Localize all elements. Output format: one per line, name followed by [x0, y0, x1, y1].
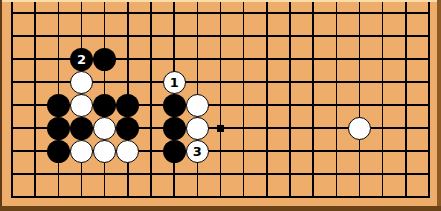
board-frame-top	[0, 0, 441, 2]
board-frame-bottom	[0, 206, 441, 211]
white-stone	[186, 117, 209, 140]
grid-line-vertical	[266, 0, 268, 198]
white-stone	[93, 117, 116, 140]
black-stone: 2	[70, 48, 93, 71]
grid-line-vertical	[243, 0, 245, 198]
grid-line-vertical	[312, 0, 314, 198]
board-frame-left	[0, 0, 2, 211]
move-number-label: 2	[77, 53, 86, 66]
black-stone	[93, 48, 116, 71]
grid-line-vertical	[34, 0, 36, 198]
move-number-label: 1	[170, 76, 179, 89]
black-stone	[163, 117, 186, 140]
black-stone	[47, 117, 70, 140]
black-stone	[163, 94, 186, 117]
grid-line-vertical	[150, 0, 152, 198]
black-stone	[163, 140, 186, 163]
white-stone	[348, 117, 371, 140]
white-stone	[186, 94, 209, 117]
grid-line-vertical	[428, 0, 430, 198]
grid-line-vertical	[359, 0, 361, 198]
black-stone	[116, 117, 139, 140]
grid-line-vertical	[405, 0, 407, 198]
board-frame-right	[437, 0, 441, 211]
move-number-label: 3	[193, 145, 202, 158]
black-stone	[70, 117, 93, 140]
grid-line-vertical	[336, 0, 338, 198]
white-stone	[70, 71, 93, 94]
black-stone	[116, 94, 139, 117]
white-stone: 3	[186, 140, 209, 163]
grid-line-vertical	[11, 0, 13, 198]
white-stone	[70, 94, 93, 117]
white-stone: 1	[163, 71, 186, 94]
white-stone	[116, 140, 139, 163]
grid-line-vertical	[289, 0, 291, 198]
white-stone	[70, 140, 93, 163]
black-stone	[47, 94, 70, 117]
black-stone	[47, 140, 70, 163]
white-stone	[93, 140, 116, 163]
grid-line-vertical	[382, 0, 384, 198]
black-stone	[93, 94, 116, 117]
grid-line-horizontal	[11, 196, 430, 198]
grid-line-horizontal	[11, 173, 430, 175]
grid-line-horizontal	[11, 12, 430, 14]
grid-line-horizontal	[11, 35, 430, 37]
grid-line-vertical	[220, 0, 222, 198]
go-board: 213	[0, 0, 441, 211]
square-marker	[217, 125, 224, 132]
